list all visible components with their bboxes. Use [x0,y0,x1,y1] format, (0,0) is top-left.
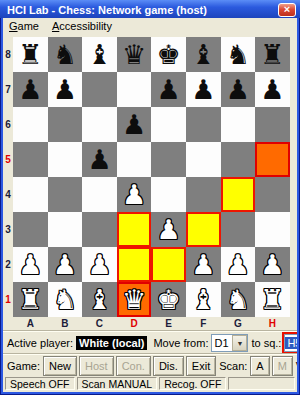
square-g1[interactable]: ♞ [221,282,256,317]
black-pawn-a7: ♟ [18,72,42,107]
square-h6[interactable] [255,107,290,142]
white-pawn-b2: ♟ [53,247,77,282]
square-c5[interactable]: ♟ [82,142,117,177]
square-h1[interactable]: ♜ [255,282,290,317]
square-e7[interactable]: ♟ [151,72,186,107]
square-c4[interactable] [82,177,117,212]
square-c1[interactable]: ♝ [82,282,117,317]
status-panel-empty [228,377,295,390]
black-bishop-c8: ♝ [87,37,111,72]
rank-label-3: 3 [3,212,13,247]
status-panel-recog-off: Recog. OFF [159,377,226,390]
square-b1[interactable]: ♞ [48,282,83,317]
square-e8[interactable]: ♚ [151,37,186,72]
move-toolbar: Active player: White (local) Move from: … [3,331,297,354]
scan-label: Scan: [219,360,247,372]
square-g5[interactable] [221,142,256,177]
game-button-dis[interactable]: Dis. [153,356,184,376]
file-label-g: G [221,317,256,330]
file-label-a: A [13,317,48,330]
square-d8[interactable]: ♛ [117,37,152,72]
file-label-c: C [82,317,117,330]
file-label-h: H [255,317,290,330]
status-bar: Speech OFFScan MANUALRecog. OFF [3,376,297,392]
game-button-con: Con. [116,356,151,376]
close-button[interactable]: × [278,3,296,17]
black-pawn-g7: ♟ [226,72,250,107]
square-a1[interactable]: ♜ [13,282,48,317]
active-player-label: Active player: [7,337,73,349]
close-icon: × [284,4,290,15]
square-a5[interactable] [13,142,48,177]
white-king-e1: ♚ [157,282,181,317]
square-f5[interactable] [186,142,221,177]
to-sq-select[interactable]: H5 ▼ [284,334,297,352]
white-rook-h1: ♜ [260,282,284,317]
square-d2[interactable] [117,247,152,282]
rank-label-5: 5 [3,142,13,177]
square-h4[interactable] [255,177,290,212]
scan-button-m: M [272,356,293,376]
square-b2[interactable]: ♟ [48,247,83,282]
chevron-down-icon[interactable]: ▼ [232,335,247,351]
black-bishop-f8: ♝ [191,37,215,72]
white-pawn-e3: ♟ [157,212,181,247]
white-bishop-c1: ♝ [87,282,111,317]
move-from-select[interactable]: D1 ▼ [211,334,248,352]
file-label-f: F [186,317,221,330]
rank-label-1: 1 [3,282,13,317]
active-player-value: White (local) [76,336,147,350]
square-h7[interactable]: ♟ [255,72,290,107]
square-b7[interactable]: ♟ [48,72,83,107]
square-a3[interactable] [13,212,48,247]
square-g7[interactable]: ♟ [221,72,256,107]
square-a8[interactable]: ♜ [13,37,48,72]
rank-label-8: 8 [3,37,13,72]
white-pawn-a2: ♟ [18,247,42,282]
black-pawn-e7: ♟ [157,72,181,107]
black-rook-h8: ♜ [260,37,284,72]
square-d7[interactable] [117,72,152,107]
square-d1[interactable]: ♛ [117,282,152,317]
square-c6[interactable] [82,107,117,142]
square-a2[interactable]: ♟ [13,247,48,282]
rank-label-6: 6 [3,107,13,142]
menu-item-game[interactable]: Game [9,20,39,33]
square-c7[interactable] [82,72,117,107]
window-title: HCI Lab - Chess: Network game (host) [7,4,278,16]
white-pawn-g2: ♟ [226,247,250,282]
black-knight-g8: ♞ [226,37,250,72]
black-pawn-h7: ♟ [260,72,284,107]
file-labels: ABCDEFGH [13,317,297,330]
square-g3[interactable] [221,212,256,247]
square-f7[interactable]: ♟ [186,72,221,107]
move-from-label: Move from: [153,337,208,349]
file-label-e: E [151,317,186,330]
black-queen-d8: ♛ [122,37,146,72]
black-pawn-d6: ♟ [122,107,146,142]
white-pawn-h2: ♟ [260,247,284,282]
square-a4[interactable] [13,177,48,212]
square-d6[interactable]: ♟ [117,107,152,142]
white-pawn-f2: ♟ [191,247,215,282]
to-sq-value: H5 [285,337,297,349]
square-h5[interactable] [255,142,290,177]
status-panel-scan-manual: Scan MANUAL [77,377,158,390]
square-c3[interactable] [82,212,117,247]
to-sq-label: to sq.: [251,337,281,349]
square-f4[interactable] [186,177,221,212]
black-king-e8: ♚ [157,37,181,72]
square-h3[interactable] [255,212,290,247]
menu-bar: GameAccessibility [3,18,297,33]
square-f2[interactable]: ♟ [186,247,221,282]
game-button-exit[interactable]: Exit [186,356,216,376]
black-pawn-f7: ♟ [191,72,215,107]
white-bishop-f1: ♝ [191,282,215,317]
square-a6[interactable] [13,107,48,142]
square-g8[interactable]: ♞ [221,37,256,72]
square-g4[interactable] [221,177,256,212]
chess-board: ♜♞♝♛♚♝♞♜♟♟♟♟♟♟♟♟♟♟♟♟♟♟♟♟♜♞♝♛♚♝♞♜ [13,37,290,317]
square-e6[interactable] [151,107,186,142]
square-h8[interactable]: ♜ [255,37,290,72]
game-toolbar: Game: NewHostCon.Dis.Exit Scan: AM Voice… [3,354,297,376]
square-c8[interactable]: ♝ [82,37,117,72]
square-d4[interactable]: ♟ [117,177,152,212]
game-button-new[interactable]: New [43,356,77,376]
square-g6[interactable] [221,107,256,142]
square-h2[interactable]: ♟ [255,247,290,282]
rank-label-4: 4 [3,177,13,212]
square-b4[interactable] [48,177,83,212]
white-pawn-c2: ♟ [87,247,111,282]
app-window: HCI Lab - Chess: Network game (host) × G… [0,0,300,395]
black-pawn-c5: ♟ [87,142,111,177]
square-b5[interactable] [48,142,83,177]
rank-label-2: 2 [3,247,13,282]
square-f3[interactable] [186,212,221,247]
square-b6[interactable] [48,107,83,142]
rank-labels: 87654321 [3,37,13,317]
scan-button-a[interactable]: A [250,356,269,376]
white-queen-d1: ♛ [122,282,146,317]
square-e1[interactable]: ♚ [151,282,186,317]
board-area: 87654321 ♜♞♝♛♚♝♞♜♟♟♟♟♟♟♟♟♟♟♟♟♟♟♟♟♜♞♝♛♚♝♞… [3,37,297,330]
status-panel-speech-off: Speech OFF [5,377,75,390]
square-b3[interactable] [48,212,83,247]
square-e3[interactable]: ♟ [151,212,186,247]
white-knight-g1: ♞ [226,282,250,317]
title-bar: HCI Lab - Chess: Network game (host) × [0,0,300,18]
menu-item-accessibility[interactable]: Accessibility [52,20,112,33]
square-d3[interactable] [117,212,152,247]
square-c2[interactable]: ♟ [82,247,117,282]
black-pawn-b7: ♟ [53,72,77,107]
white-rook-a1: ♜ [18,282,42,317]
move-from-value: D1 [212,337,232,349]
square-g2[interactable]: ♟ [221,247,256,282]
file-label-b: B [48,317,83,330]
square-f1[interactable]: ♝ [186,282,221,317]
square-a7[interactable]: ♟ [13,72,48,107]
black-rook-a8: ♜ [18,37,42,72]
window-content: GameAccessibility 87654321 ♜♞♝♛♚♝♞♜♟♟♟♟♟… [3,18,297,392]
square-b8[interactable]: ♞ [48,37,83,72]
square-d5[interactable] [117,142,152,177]
square-e5[interactable] [151,142,186,177]
white-knight-b1: ♞ [53,282,77,317]
voice-label: Voice: [296,360,297,372]
game-label: Game: [7,360,40,372]
file-label-d: D [117,317,152,330]
square-f6[interactable] [186,107,221,142]
square-e2[interactable] [151,247,186,282]
square-f8[interactable]: ♝ [186,37,221,72]
game-button-host: Host [79,356,114,376]
black-knight-b8: ♞ [53,37,77,72]
white-pawn-d4: ♟ [122,177,146,212]
square-e4[interactable] [151,177,186,212]
rank-label-7: 7 [3,72,13,107]
